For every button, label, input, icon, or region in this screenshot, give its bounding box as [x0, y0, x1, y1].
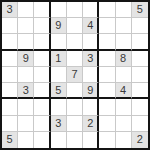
sudoku-board: 35949138735943252 — [0, 0, 150, 150]
cell-r6c7[interactable] — [99, 83, 115, 99]
cell-r4c4: 1 — [51, 51, 67, 67]
cell-r5c4[interactable] — [51, 67, 67, 83]
cell-r6c8: 4 — [116, 83, 132, 99]
cell-r2c2[interactable] — [18, 18, 34, 34]
cell-r3c2[interactable] — [18, 34, 34, 50]
cell-r5c6[interactable] — [83, 67, 99, 83]
cell-r2c5[interactable] — [67, 18, 83, 34]
cell-r5c9[interactable] — [132, 67, 148, 83]
cell-r8c2[interactable] — [18, 116, 34, 132]
cell-r2c1[interactable] — [2, 18, 18, 34]
cell-r2c4: 9 — [51, 18, 67, 34]
cell-r9c4[interactable] — [51, 132, 67, 148]
cell-r8c7[interactable] — [99, 116, 115, 132]
cell-r3c7[interactable] — [99, 34, 115, 50]
cell-r7c4[interactable] — [51, 99, 67, 115]
cell-r1c8[interactable] — [116, 2, 132, 18]
cell-r3c5[interactable] — [67, 34, 83, 50]
cell-r9c1: 5 — [2, 132, 18, 148]
cell-r4c8: 8 — [116, 51, 132, 67]
cell-r3c1[interactable] — [2, 34, 18, 50]
cell-r8c6: 2 — [83, 116, 99, 132]
cell-r6c4: 5 — [51, 83, 67, 99]
cell-r4c7[interactable] — [99, 51, 115, 67]
cell-r8c4: 3 — [51, 116, 67, 132]
cell-r6c1[interactable] — [2, 83, 18, 99]
cell-r4c9[interactable] — [132, 51, 148, 67]
cell-r2c7[interactable] — [99, 18, 115, 34]
cell-r8c3[interactable] — [34, 116, 50, 132]
cell-r3c4[interactable] — [51, 34, 67, 50]
cell-r8c5[interactable] — [67, 116, 83, 132]
cell-r2c8[interactable] — [116, 18, 132, 34]
cell-r7c2[interactable] — [18, 99, 34, 115]
cell-r1c9: 5 — [132, 2, 148, 18]
cell-r7c5[interactable] — [67, 99, 83, 115]
cell-r9c9: 2 — [132, 132, 148, 148]
cell-r8c8[interactable] — [116, 116, 132, 132]
cell-r3c9[interactable] — [132, 34, 148, 50]
cell-r5c1[interactable] — [2, 67, 18, 83]
cell-r5c8[interactable] — [116, 67, 132, 83]
cell-r1c6[interactable] — [83, 2, 99, 18]
cell-r1c5[interactable] — [67, 2, 83, 18]
cell-r1c2[interactable] — [18, 2, 34, 18]
cell-r7c9[interactable] — [132, 99, 148, 115]
cell-r7c3[interactable] — [34, 99, 50, 115]
cell-r1c1: 3 — [2, 2, 18, 18]
cell-r8c1[interactable] — [2, 116, 18, 132]
cell-r4c6: 3 — [83, 51, 99, 67]
cell-r7c1[interactable] — [2, 99, 18, 115]
cell-r9c5[interactable] — [67, 132, 83, 148]
cell-r2c9[interactable] — [132, 18, 148, 34]
cell-r3c8[interactable] — [116, 34, 132, 50]
cell-r2c3[interactable] — [34, 18, 50, 34]
cell-r9c7[interactable] — [99, 132, 115, 148]
cell-r1c7[interactable] — [99, 2, 115, 18]
cell-r9c6[interactable] — [83, 132, 99, 148]
cell-r9c3[interactable] — [34, 132, 50, 148]
cell-r4c5[interactable] — [67, 51, 83, 67]
cell-r4c2: 9 — [18, 51, 34, 67]
cell-r6c6: 9 — [83, 83, 99, 99]
cell-r3c6[interactable] — [83, 34, 99, 50]
cell-r4c3[interactable] — [34, 51, 50, 67]
cell-r6c2: 3 — [18, 83, 34, 99]
cell-r1c3[interactable] — [34, 2, 50, 18]
cell-r7c6[interactable] — [83, 99, 99, 115]
cell-r6c9[interactable] — [132, 83, 148, 99]
cell-r8c9[interactable] — [132, 116, 148, 132]
cell-r5c7[interactable] — [99, 67, 115, 83]
cell-r6c5[interactable] — [67, 83, 83, 99]
cell-r2c6: 4 — [83, 18, 99, 34]
cell-r7c8[interactable] — [116, 99, 132, 115]
cell-r9c8[interactable] — [116, 132, 132, 148]
cell-r9c2[interactable] — [18, 132, 34, 148]
cell-r4c1[interactable] — [2, 51, 18, 67]
cell-r5c2[interactable] — [18, 67, 34, 83]
cell-r1c4[interactable] — [51, 2, 67, 18]
cell-r3c3[interactable] — [34, 34, 50, 50]
cell-r5c5: 7 — [67, 67, 83, 83]
cell-r6c3[interactable] — [34, 83, 50, 99]
cell-r5c3[interactable] — [34, 67, 50, 83]
cell-r7c7[interactable] — [99, 99, 115, 115]
